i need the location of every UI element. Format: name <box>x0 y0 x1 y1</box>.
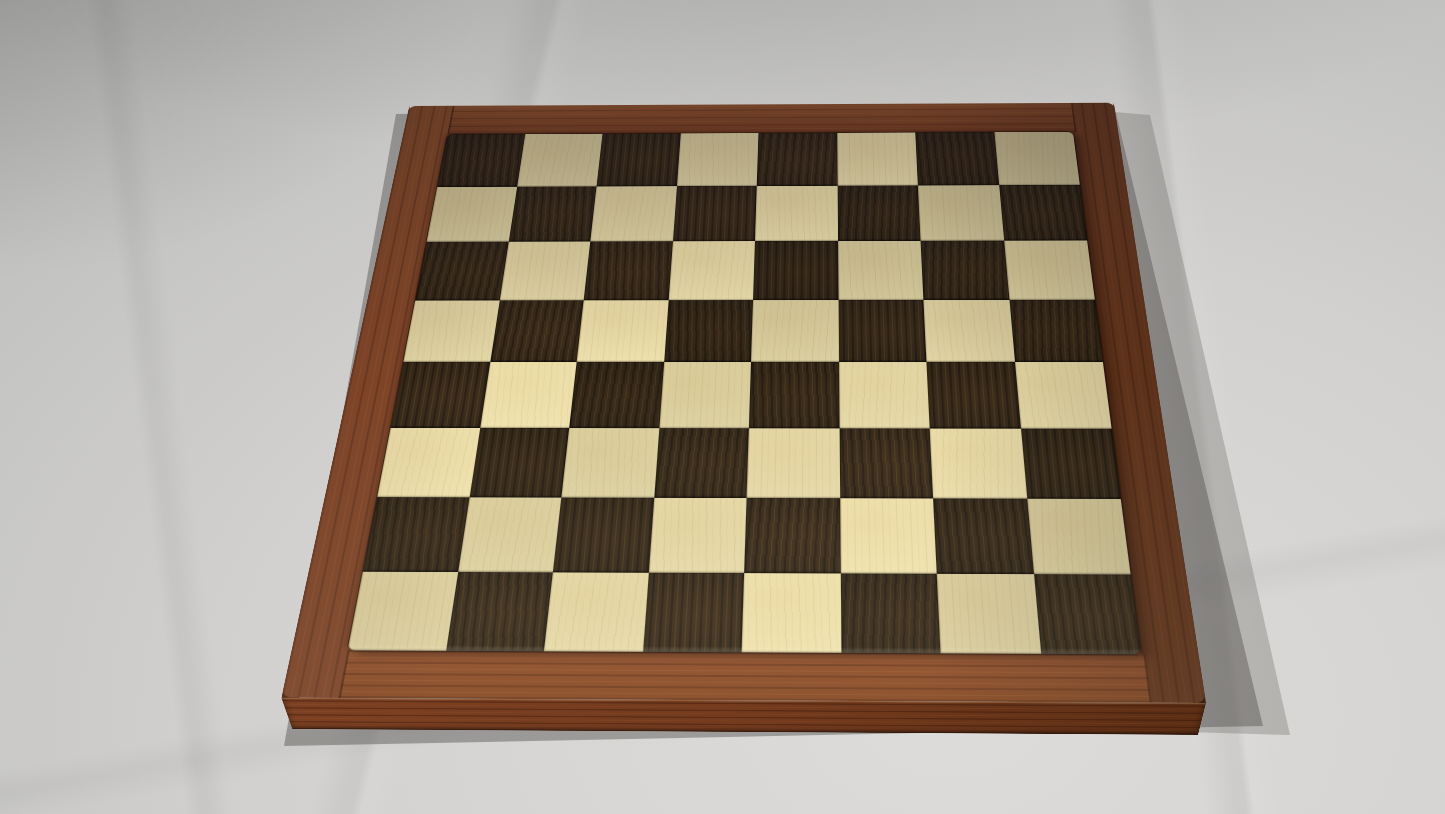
square-d5 <box>664 300 753 362</box>
square-a2 <box>363 497 469 571</box>
square-a3 <box>377 428 480 498</box>
checkerboard <box>348 132 1141 654</box>
frame-rail-left <box>281 106 452 698</box>
square-f2 <box>840 498 937 573</box>
square-a7 <box>427 186 517 241</box>
square-e4 <box>749 362 839 428</box>
square-e3 <box>747 428 840 498</box>
square-g2 <box>933 498 1033 573</box>
square-d6 <box>668 241 755 300</box>
board-top-face <box>281 103 1205 703</box>
square-c8 <box>597 133 681 186</box>
square-h4 <box>1015 362 1112 428</box>
frame-rail-bottom <box>338 650 1152 702</box>
square-c6 <box>584 241 673 300</box>
board-front-edge <box>281 698 1205 735</box>
square-d7 <box>672 186 756 242</box>
square-g8 <box>915 132 998 185</box>
square-h6 <box>1004 240 1095 299</box>
square-h3 <box>1020 428 1120 499</box>
square-h2 <box>1027 499 1131 574</box>
square-f4 <box>839 362 930 428</box>
square-g3 <box>930 428 1027 499</box>
square-a5 <box>403 300 499 362</box>
square-a4 <box>391 362 490 428</box>
square-g7 <box>918 185 1004 241</box>
square-g4 <box>926 362 1020 428</box>
chessboard <box>281 103 1205 703</box>
square-e7 <box>755 185 838 241</box>
square-b1 <box>446 572 553 652</box>
square-c3 <box>561 428 659 498</box>
square-g6 <box>921 241 1009 300</box>
square-a6 <box>415 242 508 301</box>
square-c4 <box>569 362 663 428</box>
square-f8 <box>837 133 918 186</box>
square-f7 <box>837 185 920 241</box>
square-h5 <box>1009 299 1103 362</box>
square-g5 <box>923 300 1014 362</box>
square-e2 <box>744 498 840 573</box>
square-f3 <box>839 428 933 498</box>
square-b7 <box>508 186 596 242</box>
square-b8 <box>517 134 603 187</box>
frame-rail-top <box>447 103 1076 134</box>
square-h7 <box>999 185 1087 241</box>
square-b6 <box>499 242 590 301</box>
square-g1 <box>937 573 1041 653</box>
square-c7 <box>590 186 676 242</box>
square-c2 <box>553 498 654 573</box>
square-d3 <box>654 428 749 498</box>
square-e8 <box>757 133 837 186</box>
square-d2 <box>648 498 746 573</box>
photo-scene <box>0 0 1445 814</box>
square-d4 <box>659 362 751 428</box>
square-e5 <box>751 300 839 362</box>
square-e6 <box>753 241 838 300</box>
square-h1 <box>1033 574 1141 655</box>
square-d8 <box>677 133 759 186</box>
square-c1 <box>544 572 648 652</box>
square-a8 <box>437 134 525 187</box>
square-e1 <box>742 573 841 653</box>
square-b4 <box>480 362 577 428</box>
square-f1 <box>840 573 940 653</box>
frame-rail-right <box>1069 103 1206 703</box>
square-c5 <box>577 300 669 362</box>
square-f5 <box>838 300 926 362</box>
square-h8 <box>994 132 1080 185</box>
square-f6 <box>838 241 924 300</box>
square-d1 <box>643 572 745 652</box>
square-b2 <box>458 497 562 572</box>
square-b3 <box>469 428 569 498</box>
square-a1 <box>348 571 458 651</box>
square-b5 <box>490 300 584 362</box>
